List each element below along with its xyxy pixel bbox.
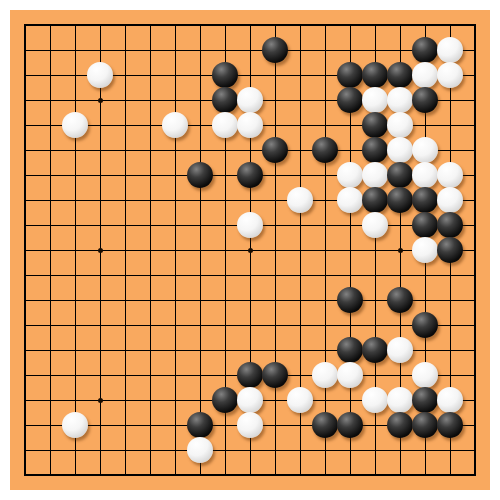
white-stone[interactable] (437, 162, 463, 188)
white-stone[interactable] (437, 387, 463, 413)
white-stone[interactable] (337, 162, 363, 188)
white-stone[interactable] (337, 187, 363, 213)
grid-line-vertical (325, 25, 326, 475)
white-stone[interactable] (387, 112, 413, 138)
black-stone[interactable] (412, 87, 438, 113)
black-stone[interactable] (237, 362, 263, 388)
grid-line-horizontal (25, 450, 475, 451)
star-point (98, 398, 103, 403)
black-stone[interactable] (262, 362, 288, 388)
white-stone[interactable] (412, 137, 438, 163)
black-stone[interactable] (237, 162, 263, 188)
white-stone[interactable] (387, 337, 413, 363)
black-stone[interactable] (337, 412, 363, 438)
white-stone[interactable] (362, 387, 388, 413)
white-stone[interactable] (337, 362, 363, 388)
black-stone[interactable] (187, 412, 213, 438)
white-stone[interactable] (362, 162, 388, 188)
go-board[interactable] (10, 10, 490, 490)
white-stone[interactable] (412, 62, 438, 88)
black-stone[interactable] (262, 137, 288, 163)
black-stone[interactable] (312, 137, 338, 163)
black-stone[interactable] (412, 37, 438, 63)
black-stone[interactable] (387, 412, 413, 438)
white-stone[interactable] (187, 437, 213, 463)
black-stone[interactable] (437, 212, 463, 238)
white-stone[interactable] (362, 87, 388, 113)
black-stone[interactable] (212, 62, 238, 88)
white-stone[interactable] (237, 412, 263, 438)
white-stone[interactable] (162, 112, 188, 138)
black-stone[interactable] (312, 412, 338, 438)
black-stone[interactable] (412, 387, 438, 413)
white-stone[interactable] (237, 112, 263, 138)
white-stone[interactable] (62, 112, 88, 138)
white-stone[interactable] (237, 212, 263, 238)
white-stone[interactable] (387, 87, 413, 113)
white-stone[interactable] (387, 137, 413, 163)
white-stone[interactable] (412, 237, 438, 263)
black-stone[interactable] (262, 37, 288, 63)
black-stone[interactable] (362, 137, 388, 163)
black-stone[interactable] (362, 187, 388, 213)
black-stone[interactable] (387, 162, 413, 188)
white-stone[interactable] (437, 62, 463, 88)
white-stone[interactable] (412, 362, 438, 388)
black-stone[interactable] (337, 87, 363, 113)
black-stone[interactable] (212, 387, 238, 413)
white-stone[interactable] (437, 37, 463, 63)
star-point (98, 98, 103, 103)
black-stone[interactable] (362, 112, 388, 138)
black-stone[interactable] (187, 162, 213, 188)
black-stone[interactable] (437, 237, 463, 263)
white-stone[interactable] (287, 387, 313, 413)
black-stone[interactable] (212, 87, 238, 113)
white-stone[interactable] (87, 62, 113, 88)
black-stone[interactable] (412, 212, 438, 238)
white-stone[interactable] (212, 112, 238, 138)
grid-line-horizontal (25, 325, 475, 326)
black-stone[interactable] (387, 62, 413, 88)
white-stone[interactable] (237, 387, 263, 413)
white-stone[interactable] (387, 387, 413, 413)
black-stone[interactable] (412, 312, 438, 338)
black-stone[interactable] (387, 187, 413, 213)
black-stone[interactable] (362, 337, 388, 363)
black-stone[interactable] (337, 337, 363, 363)
black-stone[interactable] (437, 412, 463, 438)
diagram-background (0, 0, 500, 500)
white-stone[interactable] (237, 87, 263, 113)
black-stone[interactable] (412, 187, 438, 213)
black-stone[interactable] (412, 412, 438, 438)
white-stone[interactable] (287, 187, 313, 213)
star-point (398, 248, 403, 253)
grid-line-vertical (275, 25, 276, 475)
white-stone[interactable] (312, 362, 338, 388)
white-stone[interactable] (437, 187, 463, 213)
black-stone[interactable] (362, 62, 388, 88)
black-stone[interactable] (337, 287, 363, 313)
white-stone[interactable] (62, 412, 88, 438)
black-stone[interactable] (387, 287, 413, 313)
white-stone[interactable] (412, 162, 438, 188)
grid-line-horizontal (25, 275, 475, 276)
white-stone[interactable] (362, 212, 388, 238)
black-stone[interactable] (337, 62, 363, 88)
star-point (98, 248, 103, 253)
star-point (248, 248, 253, 253)
